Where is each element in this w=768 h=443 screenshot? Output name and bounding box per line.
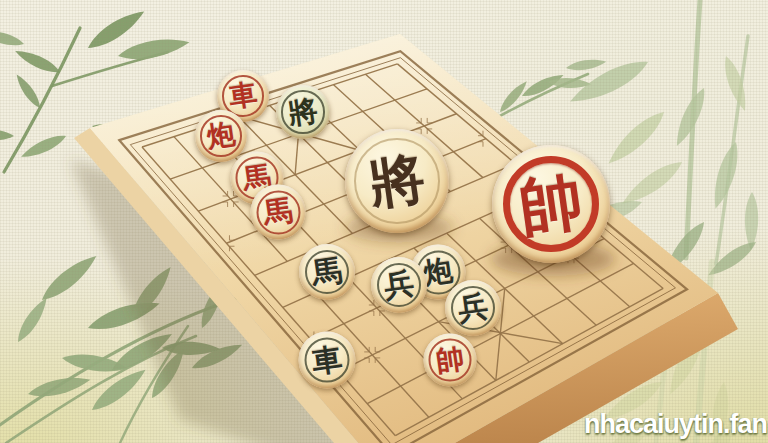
xiangqi-banner: 車將炮馬馬馬炮兵兵車帥將帥 nhacaiuytin.fan [0, 0, 768, 443]
black-chariot-piece[interactable]: 車 [299, 332, 356, 389]
black-soldier-1-glyph: 兵 [367, 253, 430, 316]
watermark-text: nhacaiuytin.fan [584, 409, 767, 440]
red-general-small-piece[interactable]: 帥 [424, 334, 477, 387]
black-general-large-piece[interactable]: 將 [345, 129, 449, 233]
black-horse-piece[interactable]: 馬 [299, 244, 355, 300]
black-horse-glyph: 馬 [295, 240, 358, 303]
black-general-small-piece[interactable]: 將 [276, 85, 330, 139]
black-soldier-2-glyph: 兵 [441, 276, 504, 339]
black-chariot-glyph: 車 [295, 328, 359, 392]
red-general-large-glyph: 帥 [484, 137, 617, 270]
red-general-small-glyph: 帥 [420, 330, 480, 390]
red-general-large-piece[interactable]: 帥 [492, 145, 610, 263]
black-general-small-glyph: 將 [273, 82, 334, 143]
black-general-large-glyph: 將 [338, 122, 455, 239]
black-soldier-2-piece[interactable]: 兵 [445, 280, 501, 336]
black-soldier-1-piece[interactable]: 兵 [371, 257, 427, 313]
red-horse-2-piece[interactable]: 馬 [251, 185, 306, 240]
pieces-layer: 車將炮馬馬馬炮兵兵車帥將帥 [0, 0, 768, 443]
red-horse-2-glyph: 馬 [247, 181, 309, 243]
